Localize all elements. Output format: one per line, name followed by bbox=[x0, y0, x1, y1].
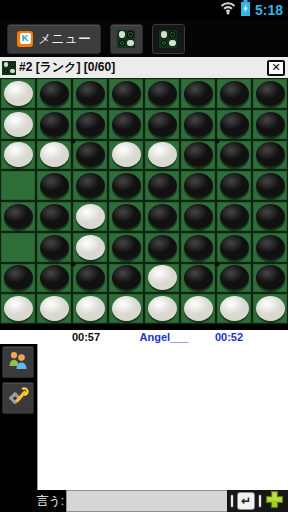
cell-d2[interactable] bbox=[109, 110, 143, 139]
black-disc bbox=[256, 204, 285, 229]
star-point bbox=[215, 139, 220, 144]
white-timer: 00:57 bbox=[72, 330, 100, 344]
chat-input-bar: 言う: ↵ bbox=[0, 490, 288, 512]
black-disc bbox=[148, 235, 177, 260]
opponent-name-link[interactable]: Angel___ bbox=[140, 330, 189, 344]
cell-c2[interactable] bbox=[73, 110, 107, 139]
black-disc bbox=[40, 265, 69, 290]
black-disc bbox=[76, 265, 105, 290]
cell-g3[interactable] bbox=[217, 141, 251, 170]
cell-g1[interactable] bbox=[217, 79, 251, 108]
say-label: 言う: bbox=[0, 490, 66, 512]
cell-e5[interactable] bbox=[145, 202, 179, 231]
separator bbox=[259, 495, 261, 507]
cell-b7[interactable] bbox=[37, 264, 71, 293]
add-icon[interactable] bbox=[265, 490, 284, 512]
black-disc bbox=[256, 81, 285, 106]
cell-b5[interactable] bbox=[37, 202, 71, 231]
cell-h6[interactable] bbox=[253, 233, 287, 262]
black-disc bbox=[4, 265, 33, 290]
star-point bbox=[215, 262, 220, 267]
black-disc bbox=[40, 81, 69, 106]
close-icon[interactable]: ✕ bbox=[267, 60, 285, 76]
black-disc bbox=[148, 173, 177, 198]
cell-h2[interactable] bbox=[253, 110, 287, 139]
cell-h1[interactable] bbox=[253, 79, 287, 108]
players-list-button[interactable] bbox=[2, 346, 34, 378]
black-disc bbox=[220, 204, 249, 229]
wifi-icon bbox=[220, 1, 236, 19]
cell-e8[interactable] bbox=[145, 294, 179, 323]
main-area bbox=[0, 344, 288, 490]
black-disc bbox=[184, 142, 213, 167]
cell-e1[interactable] bbox=[145, 79, 179, 108]
cell-g6[interactable] bbox=[217, 233, 251, 262]
white-disc bbox=[4, 296, 33, 321]
app-screen: 5:18 K メニュー #2 [ランク] [0/60] ✕ bbox=[0, 0, 288, 512]
timer-row: 00:57 Angel___ 00:52 bbox=[0, 330, 288, 344]
white-disc bbox=[112, 296, 141, 321]
cell-c1[interactable] bbox=[73, 79, 107, 108]
black-disc bbox=[40, 235, 69, 260]
cell-d4[interactable] bbox=[109, 171, 143, 200]
cell-f4[interactable] bbox=[181, 171, 215, 200]
white-disc bbox=[76, 235, 105, 260]
cell-f1[interactable] bbox=[181, 79, 215, 108]
white-disc bbox=[184, 296, 213, 321]
clock: 5:18 bbox=[255, 0, 283, 20]
black-disc bbox=[40, 204, 69, 229]
black-disc bbox=[220, 235, 249, 260]
menu-button-label: メニュー bbox=[38, 30, 91, 48]
cell-g7[interactable] bbox=[217, 264, 251, 293]
cell-a1[interactable] bbox=[1, 79, 35, 108]
cell-h8[interactable] bbox=[253, 294, 287, 323]
cell-d1[interactable] bbox=[109, 79, 143, 108]
cell-f5[interactable] bbox=[181, 202, 215, 231]
cell-c3[interactable] bbox=[73, 141, 107, 170]
cell-h5[interactable] bbox=[253, 202, 287, 231]
black-disc bbox=[220, 265, 249, 290]
say-input[interactable] bbox=[66, 490, 227, 512]
game-window-title-bar: #2 [ランク] [0/60] ✕ bbox=[0, 57, 288, 78]
send-return-icon[interactable]: ↵ bbox=[237, 492, 255, 510]
black-disc bbox=[112, 204, 141, 229]
cell-f2[interactable] bbox=[181, 110, 215, 139]
cell-c6[interactable] bbox=[73, 233, 107, 262]
cell-a6[interactable] bbox=[1, 233, 35, 262]
settings-tools-icon bbox=[7, 385, 29, 411]
cell-e3[interactable] bbox=[145, 141, 179, 170]
menu-row: K メニュー bbox=[0, 20, 288, 57]
cell-a7[interactable] bbox=[1, 264, 35, 293]
white-disc bbox=[220, 296, 249, 321]
cell-f3[interactable] bbox=[181, 141, 215, 170]
black-disc bbox=[112, 112, 141, 137]
cell-h7[interactable] bbox=[253, 264, 287, 293]
cell-g4[interactable] bbox=[217, 171, 251, 200]
black-disc bbox=[148, 81, 177, 106]
cell-f6[interactable] bbox=[181, 233, 215, 262]
board-tab-1-button[interactable] bbox=[110, 24, 143, 54]
board-grid bbox=[0, 78, 288, 324]
cell-c7[interactable] bbox=[73, 264, 107, 293]
cell-d3[interactable] bbox=[109, 141, 143, 170]
cell-b8[interactable] bbox=[37, 294, 71, 323]
battery-charging-icon bbox=[240, 0, 251, 20]
cell-f7[interactable] bbox=[181, 264, 215, 293]
chat-bar-controls: ↵ bbox=[227, 490, 288, 512]
black-disc bbox=[184, 112, 213, 137]
white-disc bbox=[112, 142, 141, 167]
black-disc bbox=[112, 265, 141, 290]
black-disc bbox=[76, 81, 105, 106]
cell-b1[interactable] bbox=[37, 79, 71, 108]
cell-d8[interactable] bbox=[109, 294, 143, 323]
cell-a2[interactable] bbox=[1, 110, 35, 139]
side-panel bbox=[0, 344, 37, 490]
cell-a8[interactable] bbox=[1, 294, 35, 323]
cell-a4[interactable] bbox=[1, 171, 35, 200]
black-disc bbox=[4, 204, 33, 229]
cell-f8[interactable] bbox=[181, 294, 215, 323]
black-disc bbox=[40, 173, 69, 198]
settings-button[interactable] bbox=[2, 382, 34, 414]
white-disc bbox=[76, 296, 105, 321]
white-disc bbox=[148, 265, 177, 290]
black-disc bbox=[220, 81, 249, 106]
separator bbox=[231, 495, 233, 507]
black-disc bbox=[256, 173, 285, 198]
white-disc bbox=[4, 81, 33, 106]
cell-h3[interactable] bbox=[253, 141, 287, 170]
users-icon bbox=[7, 349, 29, 375]
black-disc bbox=[184, 173, 213, 198]
white-disc bbox=[148, 296, 177, 321]
white-disc bbox=[256, 296, 285, 321]
star-point bbox=[71, 262, 76, 267]
white-disc bbox=[4, 142, 33, 167]
cell-e7[interactable] bbox=[145, 264, 179, 293]
black-disc bbox=[256, 265, 285, 290]
cell-g8[interactable] bbox=[217, 294, 251, 323]
cell-d5[interactable] bbox=[109, 202, 143, 231]
black-disc bbox=[184, 81, 213, 106]
black-disc bbox=[220, 142, 249, 167]
game-window-title: #2 [ランク] [0/60] bbox=[19, 59, 264, 76]
black-disc bbox=[256, 235, 285, 260]
chat-log[interactable] bbox=[37, 344, 288, 490]
cell-b2[interactable] bbox=[37, 110, 71, 139]
black-disc bbox=[256, 112, 285, 137]
black-disc bbox=[76, 173, 105, 198]
black-disc bbox=[220, 173, 249, 198]
cell-g5[interactable] bbox=[217, 202, 251, 231]
white-disc bbox=[40, 142, 69, 167]
reversi-mini-board-icon bbox=[159, 30, 177, 48]
cell-b6[interactable] bbox=[37, 233, 71, 262]
menu-button[interactable]: K メニュー bbox=[7, 24, 101, 54]
white-disc bbox=[148, 142, 177, 167]
cell-a3[interactable] bbox=[1, 141, 35, 170]
black-disc bbox=[40, 112, 69, 137]
cell-e6[interactable] bbox=[145, 233, 179, 262]
game-window-icon bbox=[2, 61, 16, 75]
cell-a5[interactable] bbox=[1, 202, 35, 231]
black-disc bbox=[184, 265, 213, 290]
cell-g2[interactable] bbox=[217, 110, 251, 139]
cell-d7[interactable] bbox=[109, 264, 143, 293]
cell-h4[interactable] bbox=[253, 171, 287, 200]
white-disc bbox=[4, 112, 33, 137]
k-logo-icon: K bbox=[17, 31, 33, 47]
cell-c4[interactable] bbox=[73, 171, 107, 200]
black-disc bbox=[112, 235, 141, 260]
cell-d6[interactable] bbox=[109, 233, 143, 262]
black-disc bbox=[148, 204, 177, 229]
board-tab-2-button[interactable] bbox=[152, 24, 185, 54]
status-bar: 5:18 bbox=[0, 0, 288, 20]
black-disc bbox=[112, 81, 141, 106]
cell-e2[interactable] bbox=[145, 110, 179, 139]
reversi-mini-board-icon bbox=[117, 30, 135, 48]
black-disc bbox=[148, 112, 177, 137]
white-disc bbox=[76, 204, 105, 229]
cell-b4[interactable] bbox=[37, 171, 71, 200]
black-disc bbox=[112, 173, 141, 198]
star-point bbox=[71, 139, 76, 144]
black-disc bbox=[184, 235, 213, 260]
white-disc bbox=[40, 296, 69, 321]
black-disc bbox=[184, 204, 213, 229]
cell-c8[interactable] bbox=[73, 294, 107, 323]
black-timer: 00:52 bbox=[215, 330, 243, 344]
black-disc bbox=[220, 112, 249, 137]
cell-e4[interactable] bbox=[145, 171, 179, 200]
black-disc bbox=[256, 142, 285, 167]
black-disc bbox=[76, 112, 105, 137]
cell-c5[interactable] bbox=[73, 202, 107, 231]
black-disc bbox=[76, 142, 105, 167]
cell-b3[interactable] bbox=[37, 141, 71, 170]
